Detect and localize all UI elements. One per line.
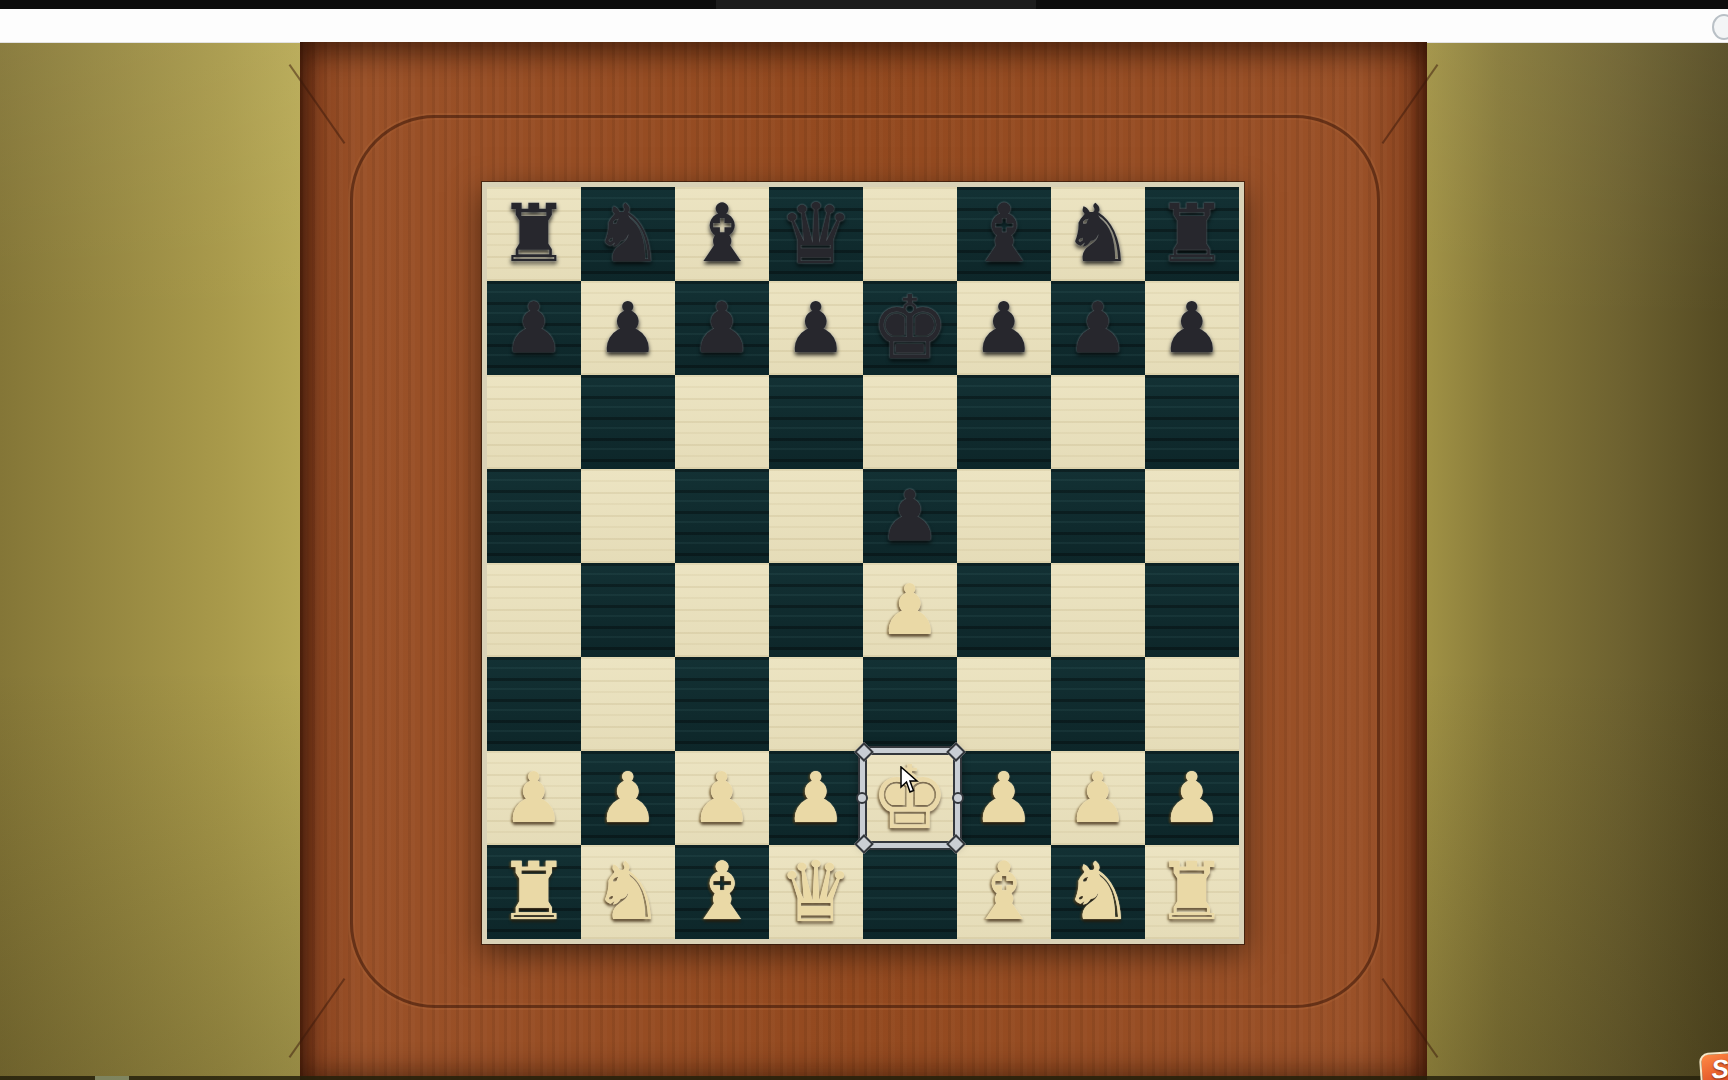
square-e8[interactable]: [863, 187, 957, 281]
square-g5[interactable]: [1051, 469, 1145, 563]
black-knight[interactable]: ♞: [1062, 187, 1134, 281]
square-h2[interactable]: ♟: [1145, 751, 1239, 845]
square-a7[interactable]: ♟: [487, 281, 581, 375]
square-h3[interactable]: [1145, 657, 1239, 751]
square-f7[interactable]: ♟: [957, 281, 1051, 375]
white-knight[interactable]: ♞: [1062, 845, 1134, 939]
black-pawn[interactable]: ♟: [879, 469, 942, 563]
square-g2[interactable]: ♟: [1051, 751, 1145, 845]
black-king[interactable]: ♚: [871, 281, 950, 375]
square-b4[interactable]: [581, 563, 675, 657]
square-g4[interactable]: [1051, 563, 1145, 657]
square-g7[interactable]: ♟: [1051, 281, 1145, 375]
square-e3[interactable]: [863, 657, 957, 751]
square-a5[interactable]: [487, 469, 581, 563]
chess-board: ♜♞♝♛♝♞♜♟♟♟♟♚♟♟♟♟♟♟♟♟♟♚♟♟♟♜♞♝♛♝♞♜: [487, 187, 1239, 939]
white-queen[interactable]: ♛: [778, 845, 853, 939]
black-rook[interactable]: ♜: [498, 187, 570, 281]
square-b1[interactable]: ♞: [581, 845, 675, 939]
square-b3[interactable]: [581, 657, 675, 751]
square-f8[interactable]: ♝: [957, 187, 1051, 281]
white-king[interactable]: ♚: [871, 751, 950, 845]
square-a6[interactable]: [487, 375, 581, 469]
black-pawn[interactable]: ♟: [1067, 281, 1130, 375]
square-b7[interactable]: ♟: [581, 281, 675, 375]
square-c2[interactable]: ♟: [675, 751, 769, 845]
square-f3[interactable]: [957, 657, 1051, 751]
bottom-left-mark: [95, 1076, 129, 1080]
square-c5[interactable]: [675, 469, 769, 563]
square-a8[interactable]: ♜: [487, 187, 581, 281]
inlay-miter-line: [1382, 64, 1439, 144]
black-bishop[interactable]: ♝: [968, 187, 1040, 281]
square-d5[interactable]: [769, 469, 863, 563]
square-f4[interactable]: [957, 563, 1051, 657]
white-pawn[interactable]: ♟: [879, 563, 942, 657]
square-d6[interactable]: [769, 375, 863, 469]
square-g3[interactable]: [1051, 657, 1145, 751]
white-rook[interactable]: ♜: [498, 845, 570, 939]
square-c8[interactable]: ♝: [675, 187, 769, 281]
white-knight[interactable]: ♞: [592, 845, 664, 939]
square-e7[interactable]: ♚: [863, 281, 957, 375]
square-a2[interactable]: ♟: [487, 751, 581, 845]
square-c4[interactable]: [675, 563, 769, 657]
square-g6[interactable]: [1051, 375, 1145, 469]
square-d1[interactable]: ♛: [769, 845, 863, 939]
black-pawn[interactable]: ♟: [597, 281, 660, 375]
black-pawn[interactable]: ♟: [973, 281, 1036, 375]
square-c6[interactable]: [675, 375, 769, 469]
square-e1[interactable]: [863, 845, 957, 939]
inlay-miter-line: [289, 64, 346, 144]
square-f1[interactable]: ♝: [957, 845, 1051, 939]
square-f2[interactable]: ♟: [957, 751, 1051, 845]
square-a3[interactable]: [487, 657, 581, 751]
square-f5[interactable]: [957, 469, 1051, 563]
inlay-miter-line: [289, 978, 346, 1058]
black-pawn[interactable]: ♟: [691, 281, 754, 375]
white-pawn[interactable]: ♟: [597, 751, 660, 845]
white-bishop[interactable]: ♝: [686, 845, 758, 939]
square-d2[interactable]: ♟: [769, 751, 863, 845]
square-e5[interactable]: ♟: [863, 469, 957, 563]
square-b5[interactable]: [581, 469, 675, 563]
square-d4[interactable]: [769, 563, 863, 657]
square-d7[interactable]: ♟: [769, 281, 863, 375]
black-bishop[interactable]: ♝: [686, 187, 758, 281]
white-pawn[interactable]: ♟: [691, 751, 754, 845]
square-b8[interactable]: ♞: [581, 187, 675, 281]
black-pawn[interactable]: ♟: [785, 281, 848, 375]
square-a4[interactable]: [487, 563, 581, 657]
square-f6[interactable]: [957, 375, 1051, 469]
black-pawn[interactable]: ♟: [1161, 281, 1224, 375]
square-h7[interactable]: ♟: [1145, 281, 1239, 375]
square-d3[interactable]: [769, 657, 863, 751]
inlay-miter-line: [1382, 978, 1439, 1058]
white-rook[interactable]: ♜: [1156, 845, 1228, 939]
black-knight[interactable]: ♞: [592, 187, 664, 281]
square-c1[interactable]: ♝: [675, 845, 769, 939]
bottom-edge-strip: [0, 1076, 1728, 1080]
black-pawn[interactable]: ♟: [503, 281, 566, 375]
square-e6[interactable]: [863, 375, 957, 469]
square-c3[interactable]: [675, 657, 769, 751]
white-bishop[interactable]: ♝: [968, 845, 1040, 939]
square-d8[interactable]: ♛: [769, 187, 863, 281]
chess-board-frame: ♜♞♝♛♝♞♜♟♟♟♟♚♟♟♟♟♟♟♟♟♟♚♟♟♟♜♞♝♛♝♞♜: [482, 182, 1244, 944]
white-pawn[interactable]: ♟: [973, 751, 1036, 845]
square-h4[interactable]: [1145, 563, 1239, 657]
square-g1[interactable]: ♞: [1051, 845, 1145, 939]
square-h5[interactable]: [1145, 469, 1239, 563]
square-c7[interactable]: ♟: [675, 281, 769, 375]
square-a1[interactable]: ♜: [487, 845, 581, 939]
logo-badge: S: [1699, 1051, 1728, 1080]
square-h6[interactable]: [1145, 375, 1239, 469]
white-pawn[interactable]: ♟: [1161, 751, 1224, 845]
square-h1[interactable]: ♜: [1145, 845, 1239, 939]
square-h8[interactable]: ♜: [1145, 187, 1239, 281]
white-pawn[interactable]: ♟: [785, 751, 848, 845]
square-e2[interactable]: ♚: [863, 751, 957, 845]
square-g8[interactable]: ♞: [1051, 187, 1145, 281]
black-queen[interactable]: ♛: [778, 187, 853, 281]
browser-toolbar: [0, 9, 1728, 43]
square-e4[interactable]: ♟: [863, 563, 957, 657]
white-pawn[interactable]: ♟: [1067, 751, 1130, 845]
black-rook[interactable]: ♜: [1156, 187, 1228, 281]
square-b6[interactable]: [581, 375, 675, 469]
white-pawn[interactable]: ♟: [503, 751, 566, 845]
square-b2[interactable]: ♟: [581, 751, 675, 845]
